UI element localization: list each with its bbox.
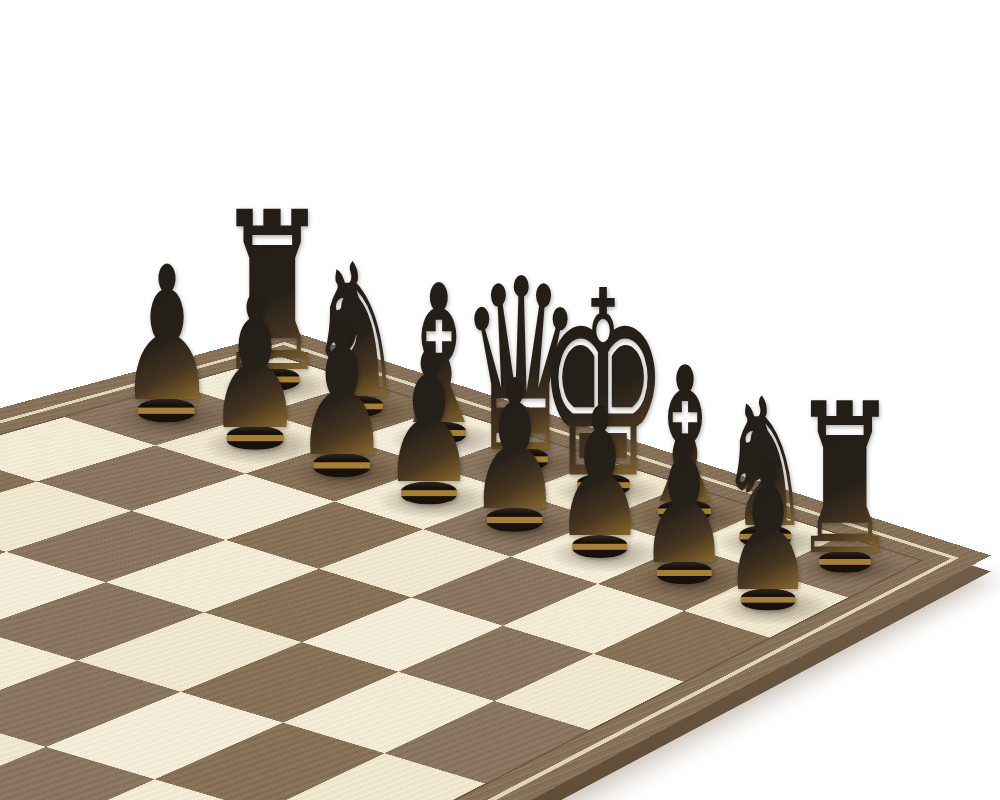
product-photo-scene: ♜♞♝♛♚♝♞♜♟♟♟♟♟♟♟♟	[0, 0, 1000, 800]
